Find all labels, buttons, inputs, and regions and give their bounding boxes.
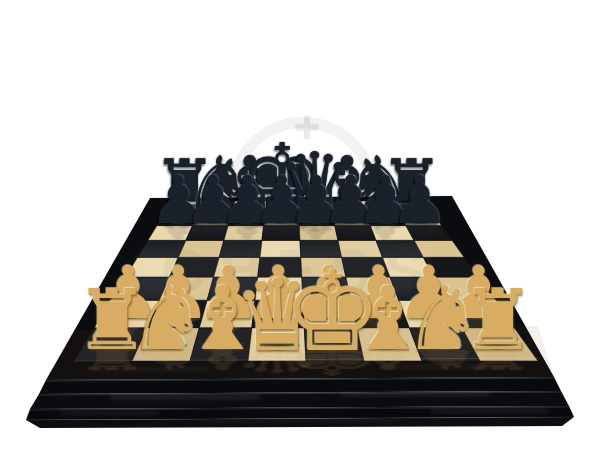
piece-black-pawn-h7[interactable]: ♟♟ xyxy=(386,168,452,234)
piece-white-rook-h1[interactable]: ♜♜ xyxy=(456,279,540,363)
rook-glyph: ♜ xyxy=(456,279,540,363)
chess-set-product-photo: ✚ CHESS ♜♜♞♞♝♝♛♛♚♚♝♝♞♞♜♜♟♟♟♟♟♟♟♟♟♟♟♟♟♟♟♟… xyxy=(0,0,600,450)
pieces-layer: ♜♜♞♞♝♝♛♛♚♚♝♝♞♞♜♜♟♟♟♟♟♟♟♟♟♟♟♟♟♟♟♟♟♟♟♟♟♟♟♟… xyxy=(0,0,600,450)
pawn-glyph: ♟ xyxy=(386,168,452,234)
